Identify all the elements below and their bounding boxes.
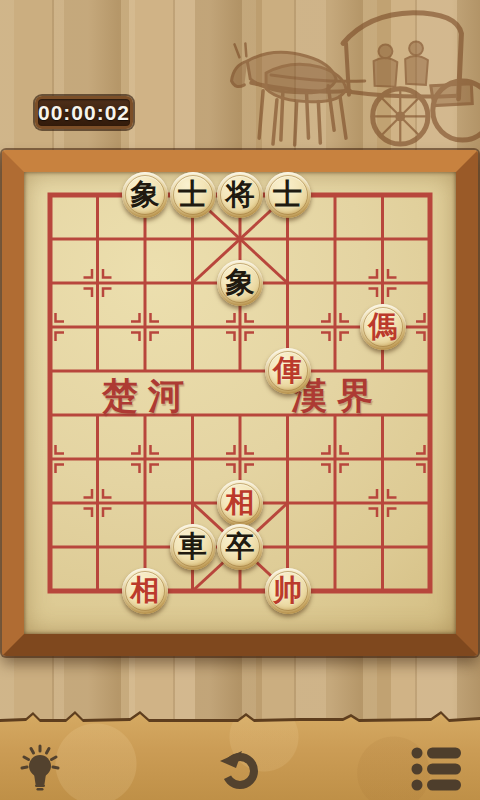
lightbulb-icon [14,742,66,796]
piece-glyph: 卒 [226,532,255,561]
game-timer: 00:00:02 [35,96,133,129]
piece-glyph: 帅 [273,576,302,605]
red-elephant[interactable]: 相 [122,568,168,614]
piece-glyph: 象 [226,268,255,297]
hint-button[interactable] [14,742,66,796]
black-chariot[interactable]: 車 [170,524,216,570]
bottom-toolbar [0,710,480,800]
board-paper: 楚河 漢界 象士将士象傌俥相車卒相帅 [24,172,456,634]
black-advisor[interactable]: 士 [265,172,311,218]
red-general[interactable]: 帅 [265,568,311,614]
red-chariot[interactable]: 俥 [265,348,311,394]
piece-glyph: 象 [131,180,160,209]
red-horse[interactable]: 傌 [360,304,406,350]
carriage-artwork [210,0,480,148]
menu-button[interactable] [408,742,464,796]
black-advisor[interactable]: 士 [170,172,216,218]
undo-button[interactable] [214,746,266,794]
piece-glyph: 相 [131,576,160,605]
app-screen: 00:00:02 楚河 漢界 象士将士象傌俥相車卒相帅 [0,0,480,800]
black-elephant[interactable]: 象 [217,260,263,306]
piece-glyph: 相 [226,488,255,517]
piece-glyph: 傌 [368,312,397,341]
black-elephant[interactable]: 象 [122,172,168,218]
black-soldier[interactable]: 卒 [217,524,263,570]
piece-glyph: 士 [273,180,302,209]
menu-list-icon [408,742,464,796]
red-elephant[interactable]: 相 [217,480,263,526]
piece-glyph: 士 [178,180,207,209]
pieces-layer[interactable]: 象士将士象傌俥相車卒相帅 [26,173,454,613]
xiangqi-board[interactable]: 楚河 漢界 象士将士象傌俥相車卒相帅 [2,150,478,656]
piece-glyph: 俥 [273,356,302,385]
undo-icon [214,746,266,794]
black-general[interactable]: 将 [217,172,263,218]
piece-glyph: 車 [178,532,207,561]
piece-glyph: 将 [226,180,255,209]
